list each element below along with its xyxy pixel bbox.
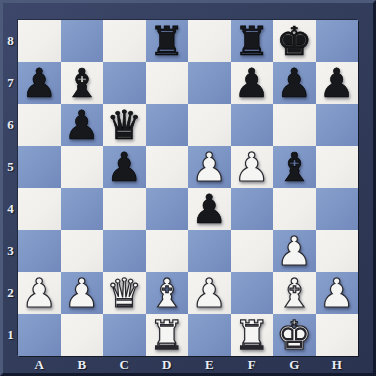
white-bishop-piece: ♝ [149, 272, 185, 314]
square-g3[interactable]: ♟ [273, 230, 316, 272]
rank-label-3: 3 [3, 230, 18, 272]
square-e3[interactable] [188, 230, 231, 272]
square-h5[interactable] [316, 146, 359, 188]
white-pawn-piece: ♟ [234, 146, 270, 188]
square-f7[interactable]: ♟ [231, 62, 274, 104]
white-pawn-piece: ♟ [191, 146, 227, 188]
black-pawn-piece: ♟ [234, 62, 270, 104]
rank-label-8: 8 [3, 20, 18, 62]
square-g5[interactable]: ♝ [273, 146, 316, 188]
rank-label-5: 5 [3, 146, 18, 188]
file-label-g: G [273, 356, 316, 373]
file-label-f: F [231, 356, 274, 373]
square-b5[interactable] [61, 146, 104, 188]
square-g7[interactable]: ♟ [273, 62, 316, 104]
square-c3[interactable] [103, 230, 146, 272]
square-h7[interactable]: ♟ [316, 62, 359, 104]
square-d1[interactable]: ♜ [146, 314, 189, 356]
square-a1[interactable] [18, 314, 61, 356]
black-pawn-piece: ♟ [64, 104, 100, 146]
square-h3[interactable] [316, 230, 359, 272]
file-label-a: A [18, 356, 61, 373]
square-c8[interactable] [103, 20, 146, 62]
square-f3[interactable] [231, 230, 274, 272]
file-label-d: D [146, 356, 189, 373]
square-d7[interactable] [146, 62, 189, 104]
square-g2[interactable]: ♝ [273, 272, 316, 314]
white-pawn-piece: ♟ [276, 230, 312, 272]
chess-board: ♜♜♚♟♝♟♟♟♟♛♟♟♟♝♟♟♟♟♛♝♟♝♟♜♜♚ [18, 20, 358, 356]
square-e8[interactable] [188, 20, 231, 62]
black-pawn-piece: ♟ [106, 146, 142, 188]
black-bishop-piece: ♝ [64, 62, 100, 104]
black-pawn-piece: ♟ [276, 62, 312, 104]
square-b1[interactable] [61, 314, 104, 356]
square-e2[interactable]: ♟ [188, 272, 231, 314]
rank-label-4: 4 [3, 188, 18, 230]
chess-app-window: 87654321 ABCDEFGH ♜♜♚♟♝♟♟♟♟♛♟♟♟♝♟♟♟♟♛♝♟♝… [0, 0, 376, 376]
square-f2[interactable] [231, 272, 274, 314]
square-e5[interactable]: ♟ [188, 146, 231, 188]
rank-label-7: 7 [3, 62, 18, 104]
black-pawn-piece: ♟ [191, 188, 227, 230]
white-bishop-piece: ♝ [276, 272, 312, 314]
rank-label-2: 2 [3, 272, 18, 314]
square-c1[interactable] [103, 314, 146, 356]
square-e6[interactable] [188, 104, 231, 146]
white-rook-piece: ♜ [234, 314, 270, 356]
square-f4[interactable] [231, 188, 274, 230]
file-label-c: C [103, 356, 146, 373]
square-e4[interactable]: ♟ [188, 188, 231, 230]
rank-label-6: 6 [3, 104, 18, 146]
square-d2[interactable]: ♝ [146, 272, 189, 314]
square-b3[interactable] [61, 230, 104, 272]
square-b2[interactable]: ♟ [61, 272, 104, 314]
square-h8[interactable] [316, 20, 359, 62]
rank-labels: 87654321 [3, 20, 18, 356]
square-g1[interactable]: ♚ [273, 314, 316, 356]
square-a8[interactable] [18, 20, 61, 62]
square-f5[interactable]: ♟ [231, 146, 274, 188]
square-h6[interactable] [316, 104, 359, 146]
file-label-e: E [188, 356, 231, 373]
black-rook-piece: ♜ [149, 20, 185, 62]
square-h1[interactable] [316, 314, 359, 356]
square-b8[interactable] [61, 20, 104, 62]
square-d8[interactable]: ♜ [146, 20, 189, 62]
black-rook-piece: ♜ [234, 20, 270, 62]
square-a4[interactable] [18, 188, 61, 230]
square-a3[interactable] [18, 230, 61, 272]
white-rook-piece: ♜ [149, 314, 185, 356]
square-g4[interactable] [273, 188, 316, 230]
square-f1[interactable]: ♜ [231, 314, 274, 356]
square-c7[interactable] [103, 62, 146, 104]
square-c2[interactable]: ♛ [103, 272, 146, 314]
square-h2[interactable]: ♟ [316, 272, 359, 314]
square-d4[interactable] [146, 188, 189, 230]
white-king-piece: ♚ [276, 314, 312, 356]
white-pawn-piece: ♟ [64, 272, 100, 314]
file-labels: ABCDEFGH [18, 356, 358, 373]
square-c5[interactable]: ♟ [103, 146, 146, 188]
square-b7[interactable]: ♝ [61, 62, 104, 104]
square-b4[interactable] [61, 188, 104, 230]
rank-label-1: 1 [3, 314, 18, 356]
white-pawn-piece: ♟ [319, 272, 355, 314]
black-king-piece: ♚ [276, 20, 312, 62]
white-pawn-piece: ♟ [191, 272, 227, 314]
white-pawn-piece: ♟ [21, 272, 57, 314]
file-label-h: H [316, 356, 359, 373]
black-queen-piece: ♛ [106, 104, 142, 146]
black-pawn-piece: ♟ [21, 62, 57, 104]
square-d3[interactable] [146, 230, 189, 272]
square-g6[interactable] [273, 104, 316, 146]
square-h4[interactable] [316, 188, 359, 230]
square-a5[interactable] [18, 146, 61, 188]
black-pawn-piece: ♟ [319, 62, 355, 104]
square-a2[interactable]: ♟ [18, 272, 61, 314]
black-bishop-piece: ♝ [276, 146, 312, 188]
square-d6[interactable] [146, 104, 189, 146]
square-f8[interactable]: ♜ [231, 20, 274, 62]
square-c4[interactable] [103, 188, 146, 230]
square-d5[interactable] [146, 146, 189, 188]
square-b6[interactable]: ♟ [61, 104, 104, 146]
square-g8[interactable]: ♚ [273, 20, 316, 62]
square-e1[interactable] [188, 314, 231, 356]
square-a6[interactable] [18, 104, 61, 146]
white-queen-piece: ♛ [106, 272, 142, 314]
file-label-b: B [61, 356, 104, 373]
square-e7[interactable] [188, 62, 231, 104]
square-f6[interactable] [231, 104, 274, 146]
square-a7[interactable]: ♟ [18, 62, 61, 104]
square-c6[interactable]: ♛ [103, 104, 146, 146]
